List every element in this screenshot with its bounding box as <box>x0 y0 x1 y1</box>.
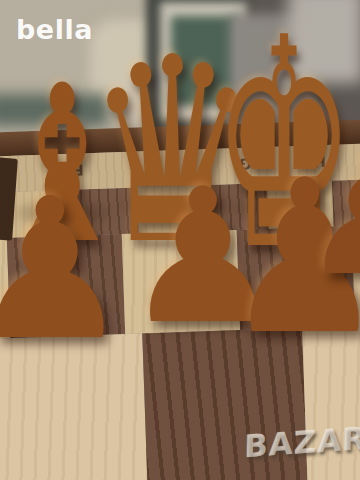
watermark-bella: bella <box>16 14 93 45</box>
chess-set-photo: F G H ♝ ♛ <box>0 0 360 480</box>
piece-pawn-edge: ♟ <box>300 135 360 299</box>
piece-pawn-left: ♟ <box>0 172 130 367</box>
